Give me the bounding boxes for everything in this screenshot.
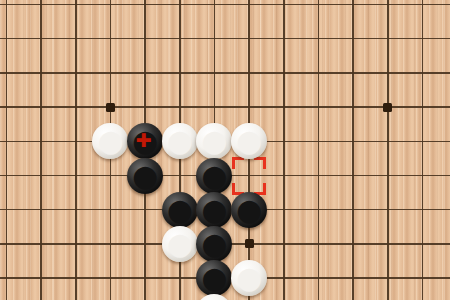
- grid-line-horizontal: [0, 72, 450, 74]
- white-stone: ●: [92, 123, 128, 159]
- white-stone: ●: [162, 226, 198, 262]
- bracket-corner-icon: [232, 157, 244, 169]
- grid-line-vertical: [75, 0, 77, 300]
- grid-line-vertical: [6, 0, 8, 300]
- grid-line-vertical: [318, 0, 320, 300]
- white-stone: ●: [231, 260, 267, 296]
- black-stone: ●: [127, 158, 163, 194]
- grid-line-horizontal: [0, 4, 450, 6]
- black-stone: ●: [196, 260, 232, 296]
- black-stone: ●: [162, 192, 198, 228]
- grid-line-horizontal: [0, 38, 450, 40]
- star-point: [383, 103, 392, 112]
- white-stone: ●: [196, 294, 232, 300]
- suggested-move-marker[interactable]: [232, 157, 266, 195]
- grid-line-vertical: [352, 0, 354, 300]
- grid-line-vertical: [283, 0, 285, 300]
- bracket-corner-icon: [254, 157, 266, 169]
- white-stone: ●: [196, 123, 232, 159]
- grid-line-vertical: [40, 0, 42, 300]
- grid-line-vertical: [422, 0, 424, 300]
- black-stone: ●: [196, 158, 232, 194]
- last-move-cross-icon: ✚: [136, 131, 152, 150]
- go-board[interactable]: ●●●●●●●●●●●●●●●✚: [0, 0, 450, 300]
- white-stone: ●: [162, 123, 198, 159]
- star-point: [106, 103, 115, 112]
- black-stone: ●: [231, 192, 267, 228]
- star-point: [245, 239, 254, 248]
- black-stone: ●: [196, 226, 232, 262]
- black-stone: ●: [196, 192, 232, 228]
- white-stone: ●: [231, 123, 267, 159]
- grid-line-vertical: [387, 0, 389, 300]
